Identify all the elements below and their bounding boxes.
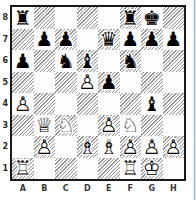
white-pawn-icon-g2: ♟♙ <box>143 137 161 157</box>
square-f8[interactable]: ♜ <box>120 7 142 29</box>
black-king-icon-g8: ♚ <box>143 8 161 28</box>
square-c1[interactable] <box>55 158 77 180</box>
square-a2[interactable] <box>12 136 34 158</box>
square-a6[interactable]: ♟ <box>12 50 34 72</box>
square-d4[interactable] <box>77 93 99 115</box>
square-b2[interactable]: ♟♙ <box>34 136 56 158</box>
white-bishop-icon-d2: ♝♗ <box>78 137 96 157</box>
square-e3[interactable]: ♟♙ <box>98 115 120 137</box>
black-knight-icon-f6: ♞ <box>121 51 139 71</box>
file-label-a: A <box>12 184 34 193</box>
square-g5[interactable] <box>141 72 163 94</box>
square-h6[interactable] <box>163 50 185 72</box>
file-label-g: G <box>141 184 163 193</box>
black-pawn-icon-h7: ♟ <box>164 29 182 49</box>
square-h3[interactable] <box>163 115 185 137</box>
square-c7[interactable]: ♟ <box>55 29 77 51</box>
black-pawn-icon-b7: ♟ <box>35 29 53 49</box>
rank-label-3: 3 <box>0 115 9 137</box>
square-a5[interactable] <box>12 72 34 94</box>
square-d1[interactable] <box>77 158 99 180</box>
rank-label-1: 1 <box>0 158 9 180</box>
white-rook-icon-f1: ♜♖ <box>121 158 139 178</box>
black-queen-icon-e7: ♛ <box>100 29 118 49</box>
square-e2[interactable]: ♝♗ <box>98 136 120 158</box>
rank-label-8: 8 <box>0 7 9 29</box>
square-g7[interactable]: ♟ <box>141 29 163 51</box>
rank-labels: 87654321 <box>0 7 9 179</box>
white-king-icon-g1: ♚♔ <box>143 158 161 178</box>
white-rook-icon-a1: ♜♖ <box>14 158 32 178</box>
square-b6[interactable] <box>34 50 56 72</box>
square-b8[interactable] <box>34 7 56 29</box>
rank-label-6: 6 <box>0 50 9 72</box>
square-c6[interactable]: ♞ <box>55 50 77 72</box>
square-f3[interactable]: ♞♘ <box>120 115 142 137</box>
rank-label-5: 5 <box>0 72 9 94</box>
white-pawn-icon-h2: ♟♙ <box>164 137 182 157</box>
square-b4[interactable] <box>34 93 56 115</box>
square-e5[interactable]: ♟ <box>98 72 120 94</box>
white-knight-icon-f3: ♞♘ <box>121 115 139 135</box>
right-edge-strip <box>193 0 196 200</box>
square-e6[interactable] <box>98 50 120 72</box>
square-e1[interactable] <box>98 158 120 180</box>
square-b5[interactable] <box>34 72 56 94</box>
square-b7[interactable]: ♟ <box>34 29 56 51</box>
file-label-b: B <box>34 184 56 193</box>
black-pawn-icon-a6: ♟ <box>14 51 32 71</box>
square-d2[interactable]: ♝♗ <box>77 136 99 158</box>
white-pawn-icon-e3: ♟♙ <box>100 115 118 135</box>
black-pawn-icon-c7: ♟ <box>57 29 75 49</box>
file-label-d: D <box>77 184 99 193</box>
square-c2[interactable] <box>55 136 77 158</box>
white-queen-icon-b3: ♛♕ <box>35 115 53 135</box>
square-c4[interactable] <box>55 93 77 115</box>
square-e7[interactable]: ♛ <box>98 29 120 51</box>
black-rook-icon-a8: ♜ <box>14 8 32 28</box>
white-pawn-icon-d5: ♟♙ <box>78 72 96 92</box>
white-pawn-icon-b2: ♟♙ <box>35 137 53 157</box>
square-g2[interactable]: ♟♙ <box>141 136 163 158</box>
square-g8[interactable]: ♚ <box>141 7 163 29</box>
square-f1[interactable]: ♜♖ <box>120 158 142 180</box>
rank-label-7: 7 <box>0 29 9 51</box>
chess-diagram: 87654321 ♜♜♚♟♟♛♟♟♟♟♞♝♞♟♙♟♟♙♝♛♕♞♘♟♙♞♘♟♙♝♗… <box>0 0 196 200</box>
square-h8[interactable] <box>163 7 185 29</box>
white-pawn-icon-f2: ♟♙ <box>121 137 139 157</box>
file-label-e: E <box>98 184 120 193</box>
file-label-h: H <box>163 184 185 193</box>
square-b3[interactable]: ♛♕ <box>34 115 56 137</box>
square-e8[interactable] <box>98 7 120 29</box>
black-pawn-icon-g7: ♟ <box>143 29 161 49</box>
square-a7[interactable] <box>12 29 34 51</box>
black-pawn-icon-e5: ♟ <box>100 72 118 92</box>
square-h5[interactable] <box>163 72 185 94</box>
square-h4[interactable] <box>163 93 185 115</box>
square-f2[interactable]: ♟♙ <box>120 136 142 158</box>
square-g6[interactable] <box>141 50 163 72</box>
rank-label-2: 2 <box>0 136 9 158</box>
square-h2[interactable]: ♟♙ <box>163 136 185 158</box>
square-h7[interactable]: ♟ <box>163 29 185 51</box>
black-knight-icon-c6: ♞ <box>57 51 75 71</box>
square-a4[interactable]: ♟♙ <box>12 93 34 115</box>
square-c5[interactable] <box>55 72 77 94</box>
square-b1[interactable] <box>34 158 56 180</box>
black-bishop-icon-d6: ♝ <box>78 51 96 71</box>
file-label-f: F <box>120 184 142 193</box>
file-label-c: C <box>55 184 77 193</box>
white-knight-icon-c3: ♞♘ <box>57 115 75 135</box>
square-d6[interactable]: ♝ <box>77 50 99 72</box>
rank-label-4: 4 <box>0 93 9 115</box>
black-rook-icon-f8: ♜ <box>121 8 139 28</box>
square-d8[interactable] <box>77 7 99 29</box>
black-bishop-icon-g4: ♝ <box>143 94 161 114</box>
chess-board: ♜♜♚♟♟♛♟♟♟♟♞♝♞♟♙♟♟♙♝♛♕♞♘♟♙♞♘♟♙♝♗♝♗♟♙♟♙♟♙♜… <box>10 5 186 181</box>
square-f4[interactable] <box>120 93 142 115</box>
black-pawn-icon-f7: ♟ <box>121 29 139 49</box>
square-a8[interactable]: ♜ <box>12 7 34 29</box>
square-a3[interactable] <box>12 115 34 137</box>
square-c3[interactable]: ♞♘ <box>55 115 77 137</box>
file-labels: ABCDEFGH <box>12 184 184 193</box>
square-h1[interactable] <box>163 158 185 180</box>
square-g1[interactable]: ♚♔ <box>141 158 163 180</box>
square-a1[interactable]: ♜♖ <box>12 158 34 180</box>
white-bishop-icon-e2: ♝♗ <box>100 137 118 157</box>
square-g3[interactable] <box>141 115 163 137</box>
square-d7[interactable] <box>77 29 99 51</box>
square-f7[interactable]: ♟ <box>120 29 142 51</box>
square-g4[interactable]: ♝ <box>141 93 163 115</box>
square-d5[interactable]: ♟♙ <box>77 72 99 94</box>
square-d3[interactable] <box>77 115 99 137</box>
white-pawn-icon-a4: ♟♙ <box>14 94 32 114</box>
square-f5[interactable] <box>120 72 142 94</box>
square-c8[interactable] <box>55 7 77 29</box>
square-e4[interactable] <box>98 93 120 115</box>
square-f6[interactable]: ♞ <box>120 50 142 72</box>
